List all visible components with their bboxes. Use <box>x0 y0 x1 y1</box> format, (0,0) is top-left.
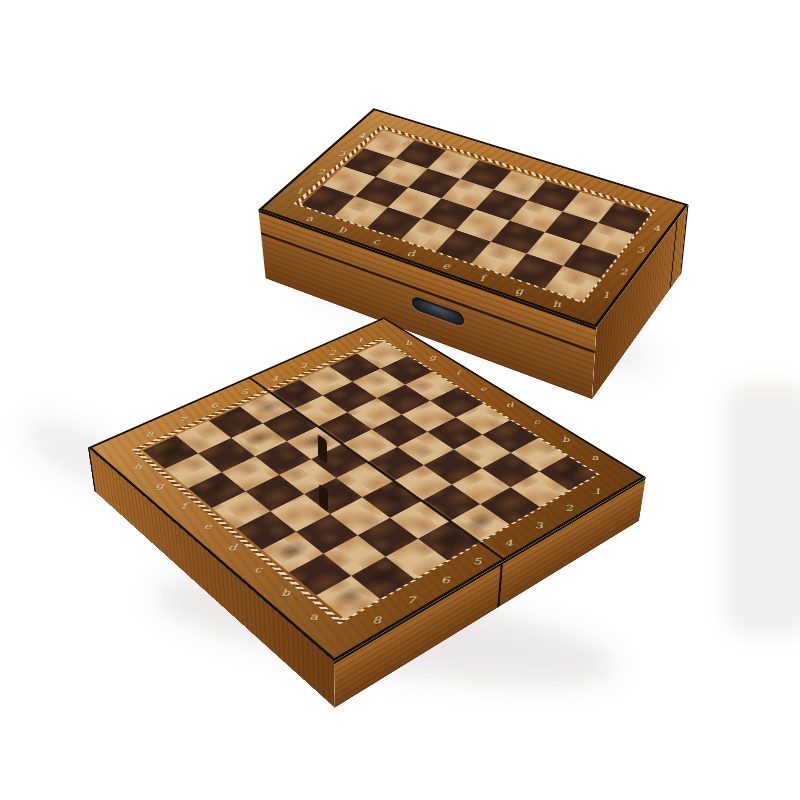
lid-file-label-d: d <box>402 249 419 258</box>
lid-file-label-a: a <box>300 214 317 222</box>
lid-file-label-b: b <box>333 226 350 235</box>
lid-square-g2 <box>527 232 581 266</box>
lid-square-h3 <box>581 223 634 256</box>
fold-seam-side <box>497 561 503 608</box>
lid-rank-label-left-4: 4 <box>354 132 370 139</box>
white-rook-glyph: ♜ <box>321 551 366 601</box>
rank-label-nw-7: 7 <box>174 416 191 424</box>
file-label-ne-c: c <box>529 418 546 426</box>
white-bishop-glyph: ♝ <box>365 452 410 502</box>
lid-square-g1 <box>508 254 564 289</box>
lid-file-label-c: c <box>367 237 384 246</box>
lid-file-label-f: f <box>473 274 490 283</box>
lid-rank-label-left-3: 3 <box>334 150 350 157</box>
lid-rank-label-right-3: 3 <box>632 245 650 254</box>
rank-label-nw-2: 2 <box>325 350 340 357</box>
closed-chess-box: abcdefgh44332211 <box>258 108 688 327</box>
white-king-glyph: ♚ <box>415 479 473 543</box>
lid-square-h4 <box>598 203 650 235</box>
lid-base-seam <box>670 219 678 290</box>
lid-file-label-h: h <box>547 299 565 309</box>
file-label-ne-g: g <box>425 354 440 361</box>
lid-rank-label-left-1: 1 <box>291 187 308 195</box>
file-label-ne-f: f <box>450 369 465 376</box>
lid-file-label-g: g <box>510 286 528 296</box>
white-rook-glyph: ♜ <box>544 431 584 475</box>
rank-label-nw-4: 4 <box>267 375 282 382</box>
lid-square-f1 <box>471 242 526 276</box>
lid-square-d1 <box>401 218 456 251</box>
lid-rank-label-right-4: 4 <box>648 224 666 233</box>
lid-square-f2 <box>491 221 545 254</box>
lid-square-c1 <box>367 207 421 239</box>
box-edge-trim <box>680 204 688 274</box>
file-label-ne-h: h <box>402 340 417 347</box>
lid-rank-label-right-1: 1 <box>597 290 615 300</box>
file-label-ne-e: e <box>475 385 491 392</box>
backdrop-shadow <box>726 384 800 634</box>
white-pawn-glyph: ♟ <box>270 516 305 555</box>
lid-square-e1 <box>436 230 491 263</box>
file-label-ne-d: d <box>502 401 518 409</box>
lid-file-label-e: e <box>437 261 454 270</box>
rank-label-nw-3: 3 <box>296 362 311 369</box>
black-knight-glyph: ♞ <box>191 445 233 492</box>
file-label-ne-a: a <box>586 453 604 461</box>
lid-square-h2 <box>563 244 618 278</box>
rank-label-nw-8: 8 <box>141 430 158 438</box>
rank-label-nw-1: 1 <box>353 337 367 344</box>
lid-square-g3 <box>545 212 598 244</box>
product-photo-stage: abcdefgh44332211 8877665544332211hhggffe… <box>0 0 800 800</box>
lid-rank-label-right-2: 2 <box>615 267 633 276</box>
rank-label-nw-6: 6 <box>206 402 222 410</box>
white-pawn-glyph: ♟ <box>312 462 345 499</box>
lid-square-e2 <box>456 209 510 241</box>
box-handle-icon <box>412 295 464 327</box>
lid-square-h1 <box>545 266 601 302</box>
rank-label-nw-5: 5 <box>237 388 253 395</box>
lid-rank-label-left-2: 2 <box>313 168 330 176</box>
